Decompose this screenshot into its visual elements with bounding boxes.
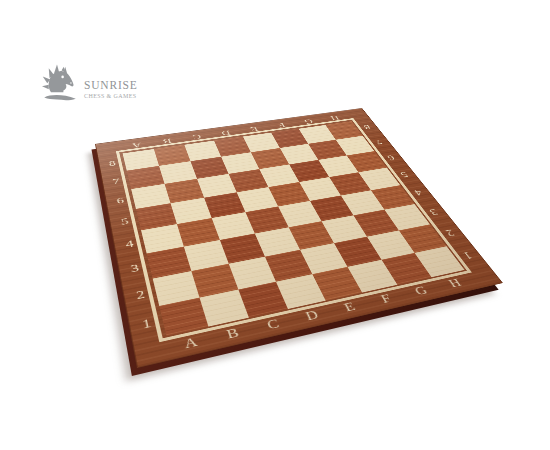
brand-logo: SUNRISE CHESS & GAMES — [42, 62, 138, 106]
brand-name: SUNRISE — [84, 80, 138, 91]
brand-tagline: CHESS & GAMES — [84, 92, 138, 100]
knight-logo-icon — [42, 62, 78, 106]
board-grid — [123, 121, 465, 336]
chess-board: AA88BB77CC66DD55EE44FF33GG22HH11 — [95, 108, 503, 368]
brand-text: SUNRISE CHESS & GAMES — [84, 80, 138, 106]
product-photo: SUNRISE CHESS & GAMES AA88BB77CC66DD55EE… — [0, 0, 550, 450]
